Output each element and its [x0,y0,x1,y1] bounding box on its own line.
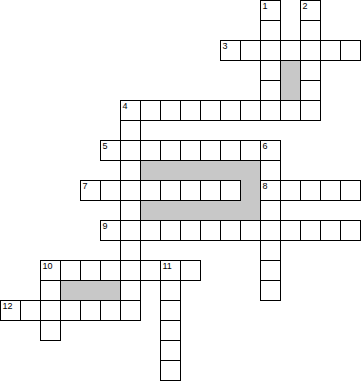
clue-number: 6 [263,141,268,151]
clue-number: 12 [3,301,13,311]
clue-number: 11 [163,261,172,271]
crossword-cell[interactable] [100,300,121,321]
crossword-cell[interactable] [120,120,141,141]
crossword-cell[interactable] [120,160,141,181]
crossword-cell[interactable] [200,100,221,121]
crossword-cell[interactable] [100,260,121,281]
crossword-cell[interactable] [120,240,141,261]
crossword-cell[interactable] [160,320,181,341]
crossword-cell[interactable] [260,160,281,181]
crossword-cell[interactable] [280,100,301,121]
crossword-cell[interactable] [160,220,181,241]
clue-number: 8 [263,181,268,191]
crossword-cell[interactable] [60,300,81,321]
crossword-cell[interactable] [40,300,61,321]
crossword-cell[interactable] [140,180,161,201]
shaded-region [180,160,200,180]
crossword-cell[interactable] [240,40,261,61]
crossword-cell[interactable] [120,300,141,321]
crossword-cell[interactable] [260,280,281,301]
crossword-cell[interactable] [140,140,161,161]
crossword-cell[interactable]: 12 [0,300,21,321]
crossword-cell[interactable] [160,340,181,361]
crossword-cell[interactable] [320,220,341,241]
crossword-cell[interactable] [260,60,281,81]
crossword-cell[interactable]: 8 [260,180,281,201]
crossword-cell[interactable] [80,300,101,321]
crossword-cell[interactable] [300,60,321,81]
clue-number: 10 [43,261,53,271]
shaded-region [220,200,240,220]
crossword-cell[interactable] [220,100,241,121]
crossword-cell[interactable] [280,220,301,241]
clue-number: 3 [223,41,228,51]
shaded-region [140,160,160,180]
crossword-cell[interactable] [340,40,361,61]
crossword-cell[interactable]: 7 [80,180,101,201]
crossword-cell[interactable] [220,180,241,201]
crossword-cell[interactable]: 2 [300,0,321,21]
clue-number: 5 [103,141,108,151]
crossword-cell[interactable] [40,280,61,301]
crossword-cell[interactable] [220,140,241,161]
crossword-cell[interactable] [240,220,261,241]
crossword-cell[interactable] [180,140,201,161]
crossword-cell[interactable] [300,180,321,201]
crossword-cell[interactable] [80,260,101,281]
shaded-region [240,180,260,200]
shaded-region [160,160,180,180]
crossword-cell[interactable] [180,100,201,121]
crossword-cell[interactable] [160,280,181,301]
crossword-cell[interactable] [260,260,281,281]
crossword-cell[interactable] [140,220,161,241]
crossword-cell[interactable] [300,40,321,61]
crossword-cell[interactable] [120,220,141,241]
crossword-cell[interactable] [260,40,281,61]
shaded-region [280,80,300,100]
crossword-grid: 123456789101112 [0,0,361,381]
crossword-cell[interactable] [160,180,181,201]
clue-number: 9 [103,221,108,231]
clue-number: 7 [83,181,88,191]
crossword-cell[interactable] [160,140,181,161]
crossword-cell[interactable] [320,180,341,201]
crossword-cell[interactable] [120,280,141,301]
crossword-cell[interactable] [120,200,141,221]
crossword-cell[interactable] [280,40,301,61]
crossword-cell[interactable] [260,20,281,41]
crossword-cell[interactable] [300,80,321,101]
crossword-cell[interactable] [160,360,181,381]
crossword-cell[interactable] [300,220,321,241]
shaded-region [220,160,240,180]
crossword-cell[interactable]: 4 [120,100,141,121]
crossword-cell[interactable] [120,260,141,281]
crossword-cell[interactable]: 1 [260,0,281,21]
crossword-cell[interactable] [300,20,321,41]
crossword-cell[interactable] [300,100,321,121]
shaded-region [80,280,100,300]
shaded-region [240,160,260,180]
crossword-cell[interactable] [120,180,141,201]
crossword-cell[interactable] [20,300,41,321]
crossword-cell[interactable]: 10 [40,260,61,281]
crossword-cell[interactable] [240,140,261,161]
crossword-cell[interactable]: 3 [220,40,241,61]
crossword-cell[interactable] [180,260,201,281]
shaded-region [200,200,220,220]
crossword-cell[interactable] [120,140,141,161]
shaded-region [140,200,160,220]
crossword-cell[interactable] [280,180,301,201]
shaded-region [280,60,300,80]
crossword-cell[interactable] [240,100,261,121]
crossword-cell[interactable] [260,220,281,241]
crossword-cell[interactable]: 11 [160,260,181,281]
crossword-cell[interactable] [260,100,281,121]
crossword-cell[interactable] [140,100,161,121]
clue-number: 2 [303,1,308,11]
shaded-region [60,280,80,300]
crossword-cell[interactable]: 9 [100,220,121,241]
crossword-cell[interactable] [200,220,221,241]
crossword-cell[interactable] [100,180,121,201]
crossword-cell[interactable] [40,320,61,341]
crossword-cell[interactable] [340,180,361,201]
shaded-region [100,280,120,300]
crossword-cell[interactable] [220,220,241,241]
crossword-cell[interactable] [140,260,161,281]
crossword-cell[interactable] [160,100,181,121]
crossword-cell[interactable] [200,180,221,201]
crossword-cell[interactable] [160,300,181,321]
shaded-region [180,200,200,220]
crossword-cell[interactable]: 5 [100,140,121,161]
crossword-cell[interactable] [260,240,281,261]
shaded-region [240,200,260,220]
crossword-cell[interactable] [320,40,341,61]
crossword-cell[interactable] [260,200,281,221]
crossword-cell[interactable] [260,80,281,101]
crossword-cell[interactable] [60,260,81,281]
clue-number: 4 [123,101,128,111]
crossword-cell[interactable]: 6 [260,140,281,161]
crossword-cell[interactable] [340,220,361,241]
crossword-cell[interactable] [180,180,201,201]
clue-number: 1 [263,1,268,11]
crossword-cell[interactable] [200,140,221,161]
crossword-cell[interactable] [180,220,201,241]
shaded-region [160,200,180,220]
shaded-region [200,160,220,180]
